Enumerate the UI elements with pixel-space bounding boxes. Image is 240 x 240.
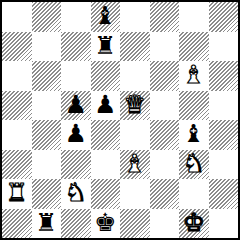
white-queen-e5: ♛	[124, 92, 146, 117]
square-c2[interactable]: ♞	[61, 179, 91, 209]
square-b4[interactable]	[32, 120, 62, 150]
square-d3[interactable]	[91, 150, 121, 180]
square-h8[interactable]	[209, 2, 239, 32]
square-b7[interactable]	[32, 32, 62, 62]
square-g8[interactable]	[179, 2, 209, 32]
square-b3[interactable]	[32, 150, 62, 180]
square-c4[interactable]: ♟	[61, 120, 91, 150]
white-knight-g3: ♞	[183, 151, 205, 176]
square-e4[interactable]	[120, 120, 150, 150]
square-h4[interactable]	[209, 120, 239, 150]
square-e1[interactable]	[120, 209, 150, 239]
black-pawn-d5: ♟	[94, 92, 116, 117]
square-h2[interactable]	[209, 179, 239, 209]
square-b8[interactable]	[32, 2, 62, 32]
square-f1[interactable]	[150, 209, 180, 239]
square-h1[interactable]	[209, 209, 239, 239]
black-rook-d7: ♜	[94, 33, 116, 58]
square-a6[interactable]	[2, 61, 32, 91]
white-bishop-e3: ♝	[124, 151, 146, 176]
square-g5[interactable]	[179, 91, 209, 121]
square-h7[interactable]	[209, 32, 239, 62]
square-e6[interactable]	[120, 61, 150, 91]
square-d7[interactable]: ♜	[91, 32, 121, 62]
square-h6[interactable]	[209, 61, 239, 91]
chess-board: ♝♜♝♟♟♛♟♝♝♞♜♞♜♚♚	[2, 2, 238, 238]
square-g2[interactable]	[179, 179, 209, 209]
square-a3[interactable]	[2, 150, 32, 180]
square-f3[interactable]	[150, 150, 180, 180]
square-a8[interactable]	[2, 2, 32, 32]
square-a7[interactable]	[2, 32, 32, 62]
square-f8[interactable]	[150, 2, 180, 32]
square-f7[interactable]	[150, 32, 180, 62]
chess-board-frame: ♝♜♝♟♟♛♟♝♝♞♜♞♜♚♚	[0, 0, 240, 240]
square-h5[interactable]	[209, 91, 239, 121]
square-d5[interactable]: ♟	[91, 91, 121, 121]
white-rook-a2: ♜	[6, 180, 28, 205]
square-b5[interactable]	[32, 91, 62, 121]
black-bishop-g4: ♝	[183, 121, 205, 146]
square-e5[interactable]: ♛	[120, 91, 150, 121]
black-king-d1: ♚	[94, 210, 116, 235]
white-king-g1: ♚	[183, 210, 205, 235]
square-c7[interactable]	[61, 32, 91, 62]
white-knight-c2: ♞	[65, 180, 87, 205]
square-c8[interactable]	[61, 2, 91, 32]
square-d2[interactable]	[91, 179, 121, 209]
square-g4[interactable]: ♝	[179, 120, 209, 150]
square-g1[interactable]: ♚	[179, 209, 209, 239]
square-e2[interactable]	[120, 179, 150, 209]
square-a2[interactable]: ♜	[2, 179, 32, 209]
square-e7[interactable]	[120, 32, 150, 62]
square-d6[interactable]	[91, 61, 121, 91]
square-f4[interactable]	[150, 120, 180, 150]
square-c3[interactable]	[61, 150, 91, 180]
square-d4[interactable]	[91, 120, 121, 150]
square-a5[interactable]	[2, 91, 32, 121]
square-f2[interactable]	[150, 179, 180, 209]
square-g7[interactable]	[179, 32, 209, 62]
square-g3[interactable]: ♞	[179, 150, 209, 180]
black-pawn-c5: ♟	[65, 92, 87, 117]
square-b6[interactable]	[32, 61, 62, 91]
square-d8[interactable]: ♝	[91, 2, 121, 32]
square-b1[interactable]: ♜	[32, 209, 62, 239]
square-e8[interactable]	[120, 2, 150, 32]
square-h3[interactable]	[209, 150, 239, 180]
square-d1[interactable]: ♚	[91, 209, 121, 239]
square-c6[interactable]	[61, 61, 91, 91]
square-g6[interactable]: ♝	[179, 61, 209, 91]
white-bishop-g6: ♝	[183, 62, 205, 87]
square-e3[interactable]: ♝	[120, 150, 150, 180]
square-c1[interactable]	[61, 209, 91, 239]
black-rook-b1: ♜	[35, 210, 57, 235]
square-c5[interactable]: ♟	[61, 91, 91, 121]
black-pawn-c4: ♟	[65, 121, 87, 146]
square-b2[interactable]	[32, 179, 62, 209]
square-f6[interactable]	[150, 61, 180, 91]
square-a1[interactable]	[2, 209, 32, 239]
square-a4[interactable]	[2, 120, 32, 150]
black-bishop-d8: ♝	[94, 3, 116, 28]
square-f5[interactable]	[150, 91, 180, 121]
